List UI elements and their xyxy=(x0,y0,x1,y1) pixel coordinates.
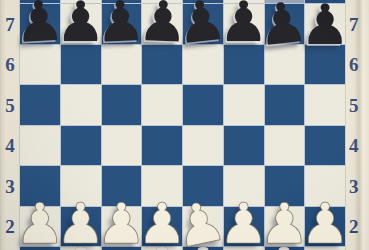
square-g4[interactable] xyxy=(265,126,305,166)
square-g5[interactable] xyxy=(265,85,305,125)
square-e5[interactable] xyxy=(183,85,223,125)
square-a5[interactable] xyxy=(20,85,60,125)
rank-label-6-left: 6 xyxy=(5,55,15,74)
square-e2[interactable]: ♟ xyxy=(183,207,223,247)
square-b4[interactable] xyxy=(61,126,101,166)
black-pawn-h7[interactable]: ♟ xyxy=(300,5,350,45)
rank-label-3-left: 3 xyxy=(5,177,15,196)
rank-label-5-right: 5 xyxy=(349,96,359,115)
rank-label-2-right: 2 xyxy=(349,217,359,236)
rank-label-4-left: 4 xyxy=(5,136,15,155)
square-c7[interactable]: ♟ xyxy=(102,4,142,44)
square-g2[interactable]: ♟ xyxy=(265,207,305,247)
white-pawn-h2[interactable]: ♟ xyxy=(300,204,350,244)
square-a7[interactable]: ♟ xyxy=(20,4,60,44)
square-h5[interactable] xyxy=(305,85,345,125)
square-a4[interactable] xyxy=(20,126,60,166)
square-h4[interactable] xyxy=(305,126,345,166)
square-h2[interactable]: ♟ xyxy=(305,207,345,247)
chessboard-grid: ♟♟♟♟♟♟♟♟♟♟♟♟♟♟♟♟ xyxy=(20,0,345,250)
rank-label-7-right: 7 xyxy=(349,15,359,34)
demo-chessboard-photo: 7 6 5 4 3 2 ♟♟♟♟♟♟♟♟♟♟♟♟♟♟♟♟ 7 6 5 4 3 2 xyxy=(0,0,369,250)
square-d4[interactable] xyxy=(142,126,182,166)
square-c2[interactable]: ♟ xyxy=(102,207,142,247)
rank-label-6-right: 6 xyxy=(349,55,359,74)
square-f2[interactable]: ♟ xyxy=(224,207,264,247)
square-d5[interactable] xyxy=(142,85,182,125)
square-b5[interactable] xyxy=(61,85,101,125)
square-e4[interactable] xyxy=(183,126,223,166)
rank-label-2-left: 2 xyxy=(5,217,15,236)
rank-label-5-left: 5 xyxy=(5,96,15,115)
square-a2[interactable]: ♟ xyxy=(20,207,60,247)
square-c4[interactable] xyxy=(102,126,142,166)
square-b2[interactable]: ♟ xyxy=(61,207,101,247)
rank-label-4-right: 4 xyxy=(349,136,359,155)
square-h7[interactable]: ♟ xyxy=(305,4,345,44)
square-c5[interactable] xyxy=(102,85,142,125)
square-f4[interactable] xyxy=(224,126,264,166)
square-g7[interactable]: ♟ xyxy=(265,4,305,44)
square-f5[interactable] xyxy=(224,85,264,125)
rank-label-3-right: 3 xyxy=(349,177,359,196)
square-e7[interactable]: ♟ xyxy=(183,4,223,44)
